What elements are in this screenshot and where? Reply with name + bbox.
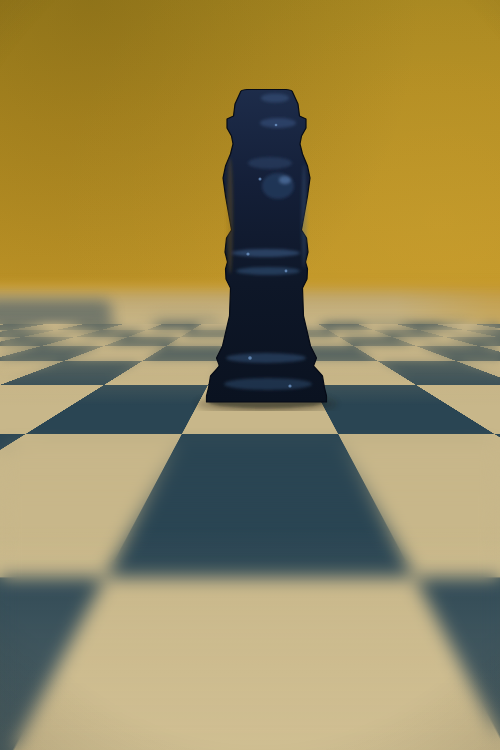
black-king-silhouette xyxy=(190,66,343,411)
photo-frame xyxy=(0,0,500,750)
black-king-piece xyxy=(190,66,343,411)
